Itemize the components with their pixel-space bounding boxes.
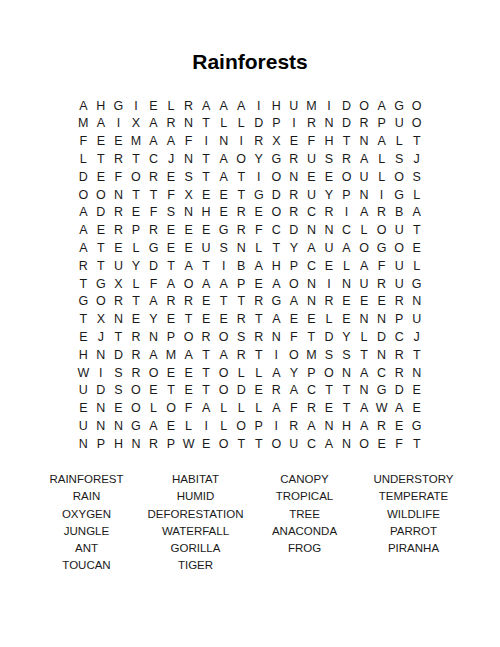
grid-cell-r1c6: L xyxy=(162,97,180,115)
grid-cell-r18c6: O xyxy=(162,400,180,418)
grid-cell-r18c1: E xyxy=(75,400,93,418)
grid-cell-r1c17: O xyxy=(355,97,373,115)
grid-cell-r13c9: E xyxy=(215,311,233,329)
grid-cell-r8c1: A xyxy=(75,222,93,240)
grid-cell-r8c3: R xyxy=(110,222,128,240)
grid-cell-r20c4: N xyxy=(127,435,145,453)
grid-cell-r6c13: R xyxy=(285,186,303,204)
word-list-item: WATERFALL xyxy=(141,523,250,540)
grid-cell-r19c18: R xyxy=(373,417,391,435)
grid-cell-r6c5: T xyxy=(145,186,163,204)
word-list-item: DEFORESTATION xyxy=(141,506,250,523)
grid-cell-r15c6: M xyxy=(162,346,180,364)
grid-cell-r13c15: L xyxy=(320,311,338,329)
grid-cell-r10c12: H xyxy=(268,257,286,275)
grid-cell-r13c8: E xyxy=(197,311,215,329)
grid-cell-r17c14: C xyxy=(303,382,321,400)
grid-cell-r3c16: T xyxy=(338,133,356,151)
grid-cell-r9c7: E xyxy=(180,239,198,257)
word-list-item: GORILLA xyxy=(141,540,250,557)
grid-cell-r9c6: E xyxy=(162,239,180,257)
grid-cell-r17c17: N xyxy=(355,382,373,400)
grid-cell-r10c15: E xyxy=(320,257,338,275)
grid-cell-r8c15: N xyxy=(320,222,338,240)
grid-cell-r5c8: T xyxy=(197,168,215,186)
grid-cell-r14c11: R xyxy=(250,328,268,346)
grid-cell-r14c5: N xyxy=(145,328,163,346)
word-list-item: CANOPY xyxy=(250,471,359,488)
grid-cell-r4c18: L xyxy=(373,150,391,168)
grid-cell-r4c7: N xyxy=(180,150,198,168)
grid-cell-r4c12: G xyxy=(268,150,286,168)
grid-cell-r20c11: T xyxy=(250,435,268,453)
word-list-item: TROPICAL xyxy=(250,488,359,505)
word-list-item: TEMPERATE xyxy=(359,488,468,505)
grid-cell-r2c4: X xyxy=(127,115,145,133)
grid-cell-r4c3: R xyxy=(110,150,128,168)
word-list-item: UNDERSTORY xyxy=(359,471,468,488)
grid-cell-r19c6: E xyxy=(162,417,180,435)
grid-cell-r1c11: I xyxy=(250,97,268,115)
grid-cell-r3c14: F xyxy=(303,133,321,151)
grid-cell-r19c14: A xyxy=(303,417,321,435)
grid-cell-r1c8: A xyxy=(197,97,215,115)
grid-cell-r6c2: O xyxy=(92,186,110,204)
grid-cell-r2c11: D xyxy=(250,115,268,133)
grid-cell-r2c1: M xyxy=(75,115,93,133)
grid-cell-r6c19: G xyxy=(390,186,408,204)
grid-cell-r13c18: N xyxy=(373,311,391,329)
grid-cell-r11c2: G xyxy=(92,275,110,293)
grid-cell-r3c9: N xyxy=(215,133,233,151)
grid-cell-r12c15: R xyxy=(320,293,338,311)
grid-cell-r18c10: L xyxy=(232,400,250,418)
grid-cell-r5c7: S xyxy=(180,168,198,186)
grid-cell-r3c11: R xyxy=(250,133,268,151)
grid-cell-r7c15: R xyxy=(320,204,338,222)
grid-cell-r14c4: R xyxy=(127,328,145,346)
grid-cell-r16c16: N xyxy=(338,364,356,382)
grid-cell-r12c9: T xyxy=(215,293,233,311)
grid-cell-r14c12: N xyxy=(268,328,286,346)
grid-cell-r13c1: T xyxy=(75,311,93,329)
grid-cell-r3c19: L xyxy=(390,133,408,151)
grid-cell-r8c7: E xyxy=(180,222,198,240)
grid-cell-r2c3: I xyxy=(110,115,128,133)
grid-cell-r9c14: A xyxy=(303,239,321,257)
grid-cell-r4c20: J xyxy=(408,150,426,168)
grid-cell-r14c13: F xyxy=(285,328,303,346)
grid-cell-r14c8: R xyxy=(197,328,215,346)
grid-cell-r1c13: U xyxy=(285,97,303,115)
grid-cell-r12c6: R xyxy=(162,293,180,311)
grid-cell-r17c12: R xyxy=(268,382,286,400)
grid-cell-r12c4: T xyxy=(127,293,145,311)
word-list: RAINFORESTRAINOXYGENJUNGLEANTTOUCANHABIT… xyxy=(32,471,468,575)
grid-cell-r15c17: T xyxy=(355,346,373,364)
grid-cell-r9c11: L xyxy=(250,239,268,257)
grid-cell-r9c5: G xyxy=(145,239,163,257)
grid-cell-r5c14: E xyxy=(303,168,321,186)
grid-cell-r9c4: L xyxy=(127,239,145,257)
grid-cell-r18c2: N xyxy=(92,400,110,418)
grid-cell-r15c13: O xyxy=(285,346,303,364)
grid-cell-r8c6: E xyxy=(162,222,180,240)
grid-cell-r15c1: H xyxy=(75,346,93,364)
word-list-item: RAINFOREST xyxy=(32,471,141,488)
grid-cell-r18c4: O xyxy=(127,400,145,418)
grid-cell-r20c20: T xyxy=(408,435,426,453)
grid-cell-r20c8: E xyxy=(197,435,215,453)
grid-cell-r12c12: G xyxy=(268,293,286,311)
grid-cell-r13c7: T xyxy=(180,311,198,329)
grid-cell-r11c6: A xyxy=(162,275,180,293)
word-list-item: TOUCAN xyxy=(32,557,141,574)
grid-cell-r18c9: L xyxy=(215,400,233,418)
grid-cell-r10c8: T xyxy=(197,257,215,275)
grid-cell-r12c10: T xyxy=(232,293,250,311)
grid-cell-r12c20: N xyxy=(408,293,426,311)
grid-cell-r4c15: S xyxy=(320,150,338,168)
grid-cell-r1c2: H xyxy=(92,97,110,115)
word-list-item: ANT xyxy=(32,540,141,557)
grid-cell-r8c16: C xyxy=(338,222,356,240)
grid-cell-r16c4: R xyxy=(127,364,145,382)
grid-cell-r18c3: E xyxy=(110,400,128,418)
grid-cell-r12c18: E xyxy=(373,293,391,311)
grid-cell-r4c16: R xyxy=(338,150,356,168)
word-list-item: TIGER xyxy=(141,557,250,574)
grid-cell-r11c12: A xyxy=(268,275,286,293)
grid-cell-r4c10: O xyxy=(232,150,250,168)
grid-cell-r1c19: G xyxy=(390,97,408,115)
grid-cell-r3c18: A xyxy=(373,133,391,151)
grid-cell-r17c11: E xyxy=(250,382,268,400)
grid-cell-r5c11: I xyxy=(250,168,268,186)
grid-cell-r5c13: N xyxy=(285,168,303,186)
grid-cell-r13c16: E xyxy=(338,311,356,329)
grid-cell-r18c15: E xyxy=(320,400,338,418)
grid-cell-r11c15: I xyxy=(320,275,338,293)
grid-cell-r17c8: T xyxy=(197,382,215,400)
word-list-column: CANOPYTROPICALTREEANACONDAFROG xyxy=(250,471,359,575)
grid-cell-r4c5: C xyxy=(145,150,163,168)
grid-cell-r4c13: R xyxy=(285,150,303,168)
grid-cell-r9c9: S xyxy=(215,239,233,257)
grid-cell-r10c13: P xyxy=(285,257,303,275)
grid-cell-r16c3: S xyxy=(110,364,128,382)
grid-cell-r4c11: Y xyxy=(250,150,268,168)
grid-cell-r14c9: O xyxy=(215,328,233,346)
grid-cell-r9c10: N xyxy=(232,239,250,257)
grid-cell-r12c11: R xyxy=(250,293,268,311)
word-list-column: UNDERSTORYTEMPERATEWILDLIFEPARROTPIRANHA xyxy=(359,471,468,575)
grid-cell-r13c11: T xyxy=(250,311,268,329)
grid-cell-r6c7: X xyxy=(180,186,198,204)
grid-cell-r19c11: P xyxy=(250,417,268,435)
grid-cell-r4c14: U xyxy=(303,150,321,168)
grid-cell-r11c16: N xyxy=(338,275,356,293)
grid-cell-r10c20: L xyxy=(408,257,426,275)
grid-cell-r10c4: Y xyxy=(127,257,145,275)
grid-cell-r5c10: T xyxy=(232,168,250,186)
grid-cell-r8c11: F xyxy=(250,222,268,240)
grid-cell-r20c15: A xyxy=(320,435,338,453)
grid-cell-r20c14: C xyxy=(303,435,321,453)
grid-cell-r11c18: R xyxy=(373,275,391,293)
grid-cell-r15c11: T xyxy=(250,346,268,364)
grid-cell-r10c7: A xyxy=(180,257,198,275)
grid-cell-r4c6: J xyxy=(162,150,180,168)
grid-cell-r3c17: N xyxy=(355,133,373,151)
grid-cell-r20c1: N xyxy=(75,435,93,453)
grid-cell-r19c10: O xyxy=(232,417,250,435)
grid-cell-r19c3: N xyxy=(110,417,128,435)
grid-cell-r4c1: L xyxy=(75,150,93,168)
word-list-item: ANACONDA xyxy=(250,523,359,540)
grid-cell-r14c10: S xyxy=(232,328,250,346)
grid-cell-r18c8: A xyxy=(197,400,215,418)
grid-cell-r15c2: N xyxy=(92,346,110,364)
grid-cell-r16c6: E xyxy=(162,364,180,382)
grid-cell-r16c9: O xyxy=(215,364,233,382)
grid-cell-r19c16: H xyxy=(338,417,356,435)
grid-cell-r6c15: Y xyxy=(320,186,338,204)
grid-cell-r16c7: E xyxy=(180,364,198,382)
grid-cell-r16c1: W xyxy=(75,364,93,382)
grid-cell-r20c13: U xyxy=(285,435,303,453)
word-list-item: OXYGEN xyxy=(32,506,141,523)
grid-cell-r11c14: N xyxy=(303,275,321,293)
grid-cell-r8c20: T xyxy=(408,222,426,240)
grid-cell-r17c7: E xyxy=(180,382,198,400)
grid-cell-r17c4: O xyxy=(127,382,145,400)
grid-cell-r12c3: R xyxy=(110,293,128,311)
grid-cell-r6c14: U xyxy=(303,186,321,204)
grid-cell-r4c2: T xyxy=(92,150,110,168)
grid-cell-r6c8: E xyxy=(197,186,215,204)
grid-cell-r9c16: A xyxy=(338,239,356,257)
grid-cell-r16c15: O xyxy=(320,364,338,382)
grid-cell-r17c9: O xyxy=(215,382,233,400)
grid-cell-r18c5: L xyxy=(145,400,163,418)
grid-cell-r17c10: D xyxy=(232,382,250,400)
word-list-item: HUMID xyxy=(141,488,250,505)
grid-cell-r5c19: O xyxy=(390,168,408,186)
grid-cell-r16c8: T xyxy=(197,364,215,382)
grid-cell-r18c7: F xyxy=(180,400,198,418)
grid-cell-r11c9: A xyxy=(215,275,233,293)
grid-cell-r3c12: X xyxy=(268,133,286,151)
grid-cell-r3c5: A xyxy=(145,133,163,151)
grid-cell-r2c20: O xyxy=(408,115,426,133)
grid-cell-r14c3: T xyxy=(110,328,128,346)
grid-cell-r8c13: D xyxy=(285,222,303,240)
grid-cell-r6c11: G xyxy=(250,186,268,204)
grid-cell-r18c12: A xyxy=(268,400,286,418)
grid-cell-r15c10: R xyxy=(232,346,250,364)
grid-cell-r10c5: D xyxy=(145,257,163,275)
grid-cell-r18c14: R xyxy=(303,400,321,418)
grid-cell-r16c18: C xyxy=(373,364,391,382)
grid-cell-r18c16: T xyxy=(338,400,356,418)
grid-cell-r3c3: E xyxy=(110,133,128,151)
grid-cell-r3c4: M xyxy=(127,133,145,151)
grid-cell-r16c20: N xyxy=(408,364,426,382)
grid-cell-r20c5: R xyxy=(145,435,163,453)
grid-cell-r9c20: E xyxy=(408,239,426,257)
grid-cell-r16c13: Y xyxy=(285,364,303,382)
grid-cell-r14c6: P xyxy=(162,328,180,346)
grid-cell-r2c12: P xyxy=(268,115,286,133)
grid-cell-r7c5: F xyxy=(145,204,163,222)
grid-cell-r13c20: U xyxy=(408,311,426,329)
grid-cell-r13c13: E xyxy=(285,311,303,329)
grid-cell-r3c10: I xyxy=(232,133,250,151)
grid-cell-r7c4: E xyxy=(127,204,145,222)
grid-cell-r14c18: D xyxy=(373,328,391,346)
grid-cell-r2c9: L xyxy=(215,115,233,133)
grid-cell-r6c1: O xyxy=(75,186,93,204)
grid-cell-r13c10: R xyxy=(232,311,250,329)
grid-cell-r1c14: M xyxy=(303,97,321,115)
grid-cell-r9c17: O xyxy=(355,239,373,257)
grid-cell-r12c5: A xyxy=(145,293,163,311)
grid-cell-r4c8: T xyxy=(197,150,215,168)
grid-cell-r14c1: E xyxy=(75,328,93,346)
grid-cell-r19c4: G xyxy=(127,417,145,435)
grid-cell-r11c19: U xyxy=(390,275,408,293)
grid-cell-r10c2: T xyxy=(92,257,110,275)
grid-cell-r20c9: O xyxy=(215,435,233,453)
word-list-column: RAINFORESTRAINOXYGENJUNGLEANTTOUCAN xyxy=(32,471,141,575)
grid-cell-r15c19: R xyxy=(390,346,408,364)
grid-cell-r19c9: L xyxy=(215,417,233,435)
grid-cell-r15c5: A xyxy=(145,346,163,364)
grid-cell-r11c7: O xyxy=(180,275,198,293)
grid-cell-r6c20: L xyxy=(408,186,426,204)
grid-cell-r6c3: N xyxy=(110,186,128,204)
grid-cell-r16c10: L xyxy=(232,364,250,382)
grid-cell-r2c8: T xyxy=(197,115,215,133)
grid-cell-r12c8: E xyxy=(197,293,215,311)
grid-cell-r7c2: D xyxy=(92,204,110,222)
grid-cell-r8c9: G xyxy=(215,222,233,240)
grid-cell-r13c3: N xyxy=(110,311,128,329)
grid-cell-r13c5: Y xyxy=(145,311,163,329)
grid-cell-r1c15: I xyxy=(320,97,338,115)
grid-cell-r10c1: R xyxy=(75,257,93,275)
grid-cell-r4c4: T xyxy=(127,150,145,168)
letter-grid: AHGIELRAAAIHUMIDOAGOMAIXARNTLLDPIRNDRPUO… xyxy=(75,97,426,453)
grid-cell-r10c3: U xyxy=(110,257,128,275)
grid-cell-r12c16: E xyxy=(338,293,356,311)
grid-cell-r20c2: P xyxy=(92,435,110,453)
grid-cell-r10c17: A xyxy=(355,257,373,275)
grid-cell-r5c18: L xyxy=(373,168,391,186)
grid-cell-r16c12: A xyxy=(268,364,286,382)
grid-cell-r13c2: X xyxy=(92,311,110,329)
grid-cell-r8c4: P xyxy=(127,222,145,240)
grid-cell-r11c8: A xyxy=(197,275,215,293)
grid-cell-r16c2: I xyxy=(92,364,110,382)
grid-cell-r3c8: I xyxy=(197,133,215,151)
grid-cell-r13c4: E xyxy=(127,311,145,329)
grid-cell-r9c3: E xyxy=(110,239,128,257)
grid-cell-r8c12: C xyxy=(268,222,286,240)
grid-cell-r9c18: G xyxy=(373,239,391,257)
grid-cell-r7c10: R xyxy=(232,204,250,222)
grid-cell-r7c9: E xyxy=(215,204,233,222)
grid-cell-r15c3: D xyxy=(110,346,128,364)
word-list-item: TREE xyxy=(250,506,359,523)
grid-cell-r13c12: A xyxy=(268,311,286,329)
puzzle-title: Rainforests xyxy=(0,50,500,74)
grid-cell-r11c10: P xyxy=(232,275,250,293)
grid-cell-r19c12: I xyxy=(268,417,286,435)
grid-cell-r2c19: U xyxy=(390,115,408,133)
grid-cell-r6c12: D xyxy=(268,186,286,204)
grid-cell-r12c14: N xyxy=(303,293,321,311)
grid-cell-r4c19: S xyxy=(390,150,408,168)
grid-cell-r17c3: S xyxy=(110,382,128,400)
grid-cell-r5c20: S xyxy=(408,168,426,186)
grid-cell-r5c3: F xyxy=(110,168,128,186)
grid-cell-r2c13: I xyxy=(285,115,303,133)
grid-cell-r7c1: A xyxy=(75,204,93,222)
grid-cell-r15c8: T xyxy=(197,346,215,364)
grid-cell-r7c16: I xyxy=(338,204,356,222)
grid-cell-r6c4: T xyxy=(127,186,145,204)
grid-cell-r15c9: A xyxy=(215,346,233,364)
grid-cell-r17c18: G xyxy=(373,382,391,400)
grid-cell-r19c1: U xyxy=(75,417,93,435)
grid-cell-r15c20: T xyxy=(408,346,426,364)
grid-cell-r19c19: E xyxy=(390,417,408,435)
grid-cell-r2c6: R xyxy=(162,115,180,133)
grid-cell-r5c12: O xyxy=(268,168,286,186)
grid-cell-r8c8: E xyxy=(197,222,215,240)
grid-cell-r12c13: A xyxy=(285,293,303,311)
grid-cell-r9c13: Y xyxy=(285,239,303,257)
grid-cell-r5c1: D xyxy=(75,168,93,186)
grid-cell-r7c14: C xyxy=(303,204,321,222)
grid-cell-r12c1: G xyxy=(75,293,93,311)
grid-cell-r10c6: T xyxy=(162,257,180,275)
grid-cell-r17c2: D xyxy=(92,382,110,400)
grid-cell-r3c1: F xyxy=(75,133,93,151)
grid-cell-r16c11: L xyxy=(250,364,268,382)
grid-cell-r6c17: N xyxy=(355,186,373,204)
grid-cell-r16c5: O xyxy=(145,364,163,382)
grid-cell-r20c17: O xyxy=(355,435,373,453)
grid-cell-r20c16: N xyxy=(338,435,356,453)
grid-cell-r17c1: U xyxy=(75,382,93,400)
grid-cell-r20c19: F xyxy=(390,435,408,453)
grid-cell-r2c18: P xyxy=(373,115,391,133)
grid-cell-r19c2: N xyxy=(92,417,110,435)
grid-cell-r4c17: A xyxy=(355,150,373,168)
grid-cell-r5c6: E xyxy=(162,168,180,186)
grid-cell-r7c6: S xyxy=(162,204,180,222)
grid-cell-r20c10: T xyxy=(232,435,250,453)
grid-cell-r15c18: N xyxy=(373,346,391,364)
word-list-item: PIRANHA xyxy=(359,540,468,557)
grid-cell-r19c17: A xyxy=(355,417,373,435)
grid-cell-r7c8: H xyxy=(197,204,215,222)
grid-cell-r11c17: U xyxy=(355,275,373,293)
grid-cell-r11c4: L xyxy=(127,275,145,293)
